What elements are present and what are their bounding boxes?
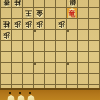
board-cell[interactable] [89,30,100,41]
board-cell[interactable] [34,74,45,85]
board-cell[interactable] [78,63,89,74]
board-cell[interactable] [78,8,89,19]
board-cell[interactable]: 金 [34,8,45,19]
board-cell[interactable] [89,74,100,85]
board-cell[interactable]: 歩 [1,30,12,41]
board-cell[interactable] [56,74,67,85]
board-cell[interactable] [78,74,89,85]
shogi-piece[interactable]: 香 [2,0,11,7]
board-cell[interactable]: 桂 [12,0,23,8]
board-cell[interactable] [78,52,89,63]
board-cell[interactable]: 歩 [34,19,45,30]
piece-glyph: 歩 [3,30,10,40]
piece-glyph: 香 [3,0,10,7]
hoshi-star-point [34,30,36,32]
board-cell[interactable] [45,8,56,19]
piece-glyph: 歩 [14,19,21,29]
board-cell[interactable] [12,52,23,63]
board-cell[interactable] [56,30,67,41]
board-cell[interactable] [1,74,12,85]
board-cell[interactable] [56,52,67,63]
hoshi-star-point [67,30,69,32]
board-cell[interactable]: 香 [1,0,12,8]
board-cell[interactable] [89,8,100,19]
piece-glyph: 竜 [69,9,76,19]
board-cell[interactable]: 歩 [23,19,34,30]
piece-glyph: 桂 [3,19,10,29]
board-cell[interactable] [56,8,67,19]
board-cell[interactable]: 竜 [67,8,78,19]
hoshi-star-point [34,63,36,65]
board-cell[interactable] [23,0,34,8]
hand-piece-count-marker [9,92,11,94]
shogi-piece[interactable]: 歩 [57,19,66,29]
board-cell[interactable] [67,19,78,30]
board-cell[interactable] [56,63,67,74]
board-cell[interactable]: 王 [23,8,34,19]
board-cell[interactable] [23,74,34,85]
shogi-piece[interactable]: 銀 [68,0,77,7]
shogi-piece[interactable]: 歩 [2,30,11,40]
board-cell[interactable] [12,41,23,52]
board-cell[interactable] [56,41,67,52]
board-cell[interactable]: 銀 [67,0,78,8]
board-cell[interactable] [78,41,89,52]
board-cell[interactable] [78,19,89,30]
piece-glyph: 金 [36,8,43,18]
board-cell[interactable] [1,41,12,52]
hand-piece[interactable] [7,95,16,100]
board-cell[interactable] [89,0,100,8]
shogi-piece[interactable]: 王 [24,8,33,18]
board-cell[interactable] [23,41,34,52]
shogi-app: 香桂銀王金竜桂歩歩歩歩歩 [0,0,100,100]
hand-piece-count-marker [29,92,31,94]
board-cell[interactable] [89,41,100,52]
shogi-piece[interactable]: 桂 [2,19,11,29]
board-cell[interactable] [45,0,56,8]
piece-glyph: 王 [25,8,32,18]
board-cell[interactable] [12,63,23,74]
board-cell[interactable] [45,74,56,85]
board-cell[interactable] [89,52,100,63]
board-cell[interactable] [12,8,23,19]
board-cell[interactable] [23,52,34,63]
shogi-piece[interactable]: 桂 [13,0,22,7]
hand-piece[interactable] [17,95,26,100]
board-cell[interactable] [78,30,89,41]
board-cell[interactable] [34,52,45,63]
board-cell[interactable] [45,63,56,74]
board-cell[interactable] [23,63,34,74]
shogi-piece[interactable]: 竜 [68,8,77,18]
shogi-piece[interactable]: 歩 [35,19,44,29]
board-cell[interactable] [34,41,45,52]
board-cell[interactable] [45,41,56,52]
board-cell[interactable] [34,63,45,74]
board-cell[interactable] [34,0,45,8]
shogi-piece[interactable]: 金 [35,8,44,18]
hand-piece-count-marker [19,92,21,94]
shogi-piece[interactable]: 歩 [24,19,33,29]
board-cell[interactable] [12,74,23,85]
piece-glyph: 銀 [69,0,76,7]
board-cell[interactable] [89,63,100,74]
board-cell[interactable] [67,52,78,63]
board-cell[interactable] [1,8,12,19]
hoshi-star-point [67,63,69,65]
board-cell[interactable] [45,52,56,63]
board-cell[interactable]: 桂 [1,19,12,30]
hand-piece[interactable] [27,95,36,100]
shogi-piece[interactable]: 歩 [13,19,22,29]
shogi-board[interactable]: 香桂銀王金竜桂歩歩歩歩歩 [0,0,100,96]
board-cell[interactable] [45,19,56,30]
board-cell[interactable] [23,30,34,41]
board-cell[interactable] [12,30,23,41]
piece-glyph: 歩 [36,19,43,29]
board-cell[interactable] [67,63,78,74]
board-cell[interactable] [45,30,56,41]
board-cell[interactable]: 歩 [56,19,67,30]
board-cell[interactable] [89,19,100,30]
board-cell[interactable] [1,52,12,63]
piece-glyph: 桂 [14,0,21,7]
board-cell[interactable] [67,30,78,41]
board-cell[interactable] [56,0,67,8]
board-cell[interactable] [1,63,12,74]
board-cell[interactable] [78,0,89,8]
board-cell[interactable] [67,74,78,85]
piece-glyph: 歩 [58,19,65,29]
board-cell[interactable] [34,30,45,41]
piece-stand-tray [0,88,100,100]
board-cell[interactable] [67,41,78,52]
board-cell[interactable]: 歩 [12,19,23,30]
piece-glyph: 歩 [25,19,32,29]
